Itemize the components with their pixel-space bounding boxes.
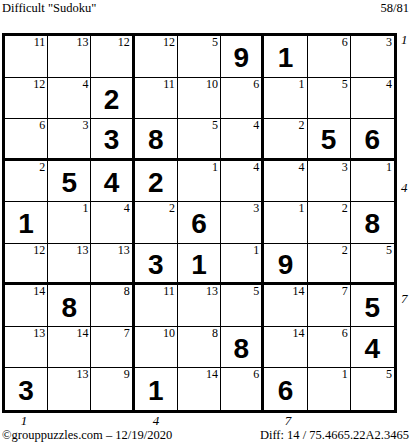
cell-order-mark: 13 xyxy=(118,243,130,257)
cell-r1c1[interactable]: 11 xyxy=(5,36,48,78)
cell-r6c7[interactable]: 9 xyxy=(264,244,307,286)
cell-order-mark: 1 xyxy=(342,367,348,381)
cell-r1c8[interactable]: 6 xyxy=(308,36,351,78)
cell-order-mark: 2 xyxy=(342,201,348,215)
cell-order-mark: 4 xyxy=(253,118,259,132)
cell-r5c6[interactable]: 3 xyxy=(221,202,264,244)
cell-r9c7[interactable]: 6 xyxy=(264,368,307,410)
cell-order-mark: 13 xyxy=(76,367,88,381)
cell-r8c1[interactable]: 13 xyxy=(5,327,48,369)
cell-order-mark: 3 xyxy=(386,35,392,49)
cell-order-mark: 3 xyxy=(82,118,88,132)
cell-r4c2[interactable]: 5 xyxy=(48,161,91,203)
cell-r2c9[interactable]: 4 xyxy=(351,78,394,120)
cell-order-mark: 6 xyxy=(342,326,348,340)
page-footer: ©grouppuzzles.com – 12/19/2020 Diff: 14 … xyxy=(2,428,409,442)
cell-order-mark: 2 xyxy=(39,160,45,174)
row-marker-7: 7 xyxy=(401,292,412,306)
cell-r4c3[interactable]: 4 xyxy=(91,161,134,203)
cell-r3c9[interactable]: 6 xyxy=(351,119,394,161)
cell-order-mark: 1 xyxy=(386,160,392,174)
cell-r3c1[interactable]: 6 xyxy=(5,119,48,161)
cell-digit: 8 xyxy=(135,119,177,158)
cell-r6c2[interactable]: 13 xyxy=(48,244,91,286)
cell-order-mark: 13 xyxy=(76,243,88,257)
col-marker-1: 1 xyxy=(18,414,30,428)
cell-r7c5[interactable]: 13 xyxy=(178,285,221,327)
cell-order-mark: 2 xyxy=(169,201,175,215)
copyright-text: ©grouppuzzles.com – 12/19/2020 xyxy=(2,428,172,442)
cell-r6c5[interactable]: 1 xyxy=(178,244,221,286)
cell-order-mark: 11 xyxy=(34,35,46,49)
cell-r1c5[interactable]: 5 xyxy=(178,36,221,78)
cell-order-mark: 14 xyxy=(293,326,305,340)
cell-r4c5[interactable]: 1 xyxy=(178,161,221,203)
sudoku-page: Difficult "Sudoku" 58/81 111312125916312… xyxy=(0,0,412,445)
cell-r5c8[interactable]: 2 xyxy=(308,202,351,244)
cell-r7c8[interactable]: 7 xyxy=(308,285,351,327)
cell-order-mark: 12 xyxy=(33,243,45,257)
cell-r7c4[interactable]: 11 xyxy=(135,285,178,327)
cell-r7c1[interactable]: 14 xyxy=(5,285,48,327)
cell-r5c1[interactable]: 1 xyxy=(5,202,48,244)
cell-order-mark: 14 xyxy=(33,284,45,298)
cell-r9c5[interactable]: 14 xyxy=(178,368,221,410)
cell-r4c9[interactable]: 1 xyxy=(351,161,394,203)
cell-r6c1[interactable]: 12 xyxy=(5,244,48,286)
cell-digit: 2 xyxy=(91,78,131,119)
cell-r5c2[interactable]: 1 xyxy=(48,202,91,244)
cell-order-mark: 5 xyxy=(386,243,392,257)
cell-order-mark: 14 xyxy=(293,284,305,298)
cell-r7c3[interactable]: 8 xyxy=(91,285,134,327)
cell-digit: 8 xyxy=(351,202,394,243)
cell-r6c8[interactable]: 2 xyxy=(308,244,351,286)
cell-order-mark: 6 xyxy=(253,77,259,91)
cell-r2c6[interactable]: 6 xyxy=(221,78,264,120)
cell-order-mark: 2 xyxy=(342,243,348,257)
col-marker-7: 7 xyxy=(282,414,294,428)
cell-digit: 4 xyxy=(91,161,131,202)
cell-r7c6[interactable]: 5 xyxy=(221,285,264,327)
cell-r1c2[interactable]: 13 xyxy=(48,36,91,78)
cell-order-mark: 11 xyxy=(163,77,175,91)
cell-r1c6[interactable]: 9 xyxy=(221,36,264,78)
cell-order-mark: 7 xyxy=(342,284,348,298)
row-marker-4: 4 xyxy=(401,181,412,195)
cell-digit: 1 xyxy=(135,368,177,410)
cell-order-mark: 8 xyxy=(212,326,218,340)
cell-r7c9[interactable]: 5 xyxy=(351,285,394,327)
cell-order-mark: 5 xyxy=(342,77,348,91)
cell-order-mark: 6 xyxy=(342,35,348,49)
cell-r2c5[interactable]: 10 xyxy=(178,78,221,120)
cell-digit: 2 xyxy=(135,161,177,202)
cell-order-mark: 3 xyxy=(342,160,348,174)
cell-order-mark: 12 xyxy=(163,35,175,49)
cell-order-mark: 1 xyxy=(299,77,305,91)
cell-r5c7[interactable]: 1 xyxy=(264,202,307,244)
cell-r2c7[interactable]: 1 xyxy=(264,78,307,120)
cell-r9c8[interactable]: 1 xyxy=(308,368,351,410)
cell-r8c7[interactable]: 14 xyxy=(264,327,307,369)
cell-r6c4[interactable]: 3 xyxy=(135,244,178,286)
cell-r6c3[interactable]: 13 xyxy=(91,244,134,286)
cell-order-mark: 4 xyxy=(124,201,130,215)
cell-digit: 1 xyxy=(264,36,306,77)
cell-order-mark: 4 xyxy=(386,77,392,91)
cell-r6c9[interactable]: 5 xyxy=(351,244,394,286)
cell-digit: 4 xyxy=(351,327,394,368)
cell-digit: 9 xyxy=(264,244,306,283)
cell-order-mark: 1 xyxy=(253,243,259,257)
cell-order-mark: 8 xyxy=(124,284,130,298)
cell-order-mark: 4 xyxy=(299,160,305,174)
cell-r2c4[interactable]: 11 xyxy=(135,78,178,120)
cell-r3c7[interactable]: 2 xyxy=(264,119,307,161)
cell-r4c7[interactable]: 4 xyxy=(264,161,307,203)
cell-r8c4[interactable]: 10 xyxy=(135,327,178,369)
cell-order-mark: 10 xyxy=(163,326,175,340)
cell-digit: 1 xyxy=(178,244,220,283)
cell-r5c5[interactable]: 6 xyxy=(178,202,221,244)
puzzle-title: Difficult "Sudoku" xyxy=(2,1,96,15)
cell-r8c8[interactable]: 6 xyxy=(308,327,351,369)
cell-order-mark: 4 xyxy=(253,160,259,174)
cell-digit: 5 xyxy=(308,119,350,158)
cell-order-mark: 13 xyxy=(206,284,218,298)
cell-r2c2[interactable]: 4 xyxy=(48,78,91,120)
cell-r9c6[interactable]: 6 xyxy=(221,368,264,410)
cell-order-mark: 13 xyxy=(33,326,45,340)
cell-r1c4[interactable]: 12 xyxy=(135,36,178,78)
cell-order-mark: 14 xyxy=(206,367,218,381)
cell-r8c9[interactable]: 4 xyxy=(351,327,394,369)
cell-order-mark: 6 xyxy=(39,118,45,132)
cell-r3c3[interactable]: 3 xyxy=(91,119,134,161)
cell-order-mark: 5 xyxy=(212,35,218,49)
cell-order-mark: 13 xyxy=(76,35,88,49)
cell-digit: 6 xyxy=(264,368,306,410)
cell-digit: 8 xyxy=(221,327,261,368)
cell-order-mark: 1 xyxy=(212,160,218,174)
progress-counter: 58/81 xyxy=(381,1,409,15)
cell-digit: 5 xyxy=(48,161,90,202)
difficulty-text: Diff: 14 / 75.4665.22A2.3465 xyxy=(260,428,409,442)
cell-digit: 3 xyxy=(135,244,177,283)
cell-r7c7[interactable]: 14 xyxy=(264,285,307,327)
cell-order-mark: 1 xyxy=(82,201,88,215)
cell-order-mark: 3 xyxy=(253,201,259,215)
cell-r9c2[interactable]: 13 xyxy=(48,368,91,410)
cell-order-mark: 5 xyxy=(253,284,259,298)
cell-r3c4[interactable]: 8 xyxy=(135,119,178,161)
cell-order-mark: 5 xyxy=(212,118,218,132)
cell-order-mark: 12 xyxy=(33,77,45,91)
cell-r4c8[interactable]: 3 xyxy=(308,161,351,203)
cell-r1c9[interactable]: 3 xyxy=(351,36,394,78)
cell-r4c1[interactable]: 2 xyxy=(5,161,48,203)
cell-r3c8[interactable]: 5 xyxy=(308,119,351,161)
cell-r2c8[interactable]: 5 xyxy=(308,78,351,120)
page-header: Difficult "Sudoku" 58/81 xyxy=(2,1,409,15)
row-marker-1: 1 xyxy=(401,33,412,47)
cell-digit: 6 xyxy=(178,202,220,243)
cell-r8c6[interactable]: 8 xyxy=(221,327,264,369)
cell-r9c1[interactable]: 3 xyxy=(5,368,48,410)
cell-r2c3[interactable]: 2 xyxy=(91,78,134,120)
cell-digit: 3 xyxy=(5,368,47,410)
cell-order-mark: 4 xyxy=(82,77,88,91)
cell-r3c6[interactable]: 4 xyxy=(221,119,264,161)
sudoku-board: 1113121259163124211106154633854256254214… xyxy=(2,33,397,413)
cell-order-mark: 6 xyxy=(253,367,259,381)
cell-r7c2[interactable]: 8 xyxy=(48,285,91,327)
cell-digit: 8 xyxy=(48,285,90,326)
cell-order-mark: 2 xyxy=(299,118,305,132)
cell-r8c3[interactable]: 7 xyxy=(91,327,134,369)
cell-digit: 6 xyxy=(351,119,394,158)
cell-digit: 5 xyxy=(351,285,394,326)
cell-r2c1[interactable]: 12 xyxy=(5,78,48,120)
cell-order-mark: 14 xyxy=(76,326,88,340)
cell-order-mark: 10 xyxy=(206,77,218,91)
cell-r5c4[interactable]: 2 xyxy=(135,202,178,244)
cell-r8c5[interactable]: 8 xyxy=(178,327,221,369)
cell-r5c3[interactable]: 4 xyxy=(91,202,134,244)
cell-order-mark: 7 xyxy=(124,326,130,340)
cell-digit: 3 xyxy=(91,119,131,158)
cell-r9c9[interactable]: 5 xyxy=(351,368,394,410)
cell-digit: 9 xyxy=(221,36,261,77)
cell-r3c2[interactable]: 3 xyxy=(48,119,91,161)
cell-r1c3[interactable]: 12 xyxy=(91,36,134,78)
cell-r3c5[interactable]: 5 xyxy=(178,119,221,161)
cell-order-mark: 11 xyxy=(163,284,175,298)
cell-order-mark: 12 xyxy=(118,35,130,49)
cell-r8c2[interactable]: 14 xyxy=(48,327,91,369)
cell-digit: 1 xyxy=(5,202,47,243)
cell-order-mark: 5 xyxy=(386,367,392,381)
cell-r6c6[interactable]: 1 xyxy=(221,244,264,286)
cell-r9c4[interactable]: 1 xyxy=(135,368,178,410)
cell-order-mark: 1 xyxy=(299,201,305,215)
cell-order-mark: 9 xyxy=(124,367,130,381)
cell-r5c9[interactable]: 8 xyxy=(351,202,394,244)
cell-r9c3[interactable]: 9 xyxy=(91,368,134,410)
cell-r4c4[interactable]: 2 xyxy=(135,161,178,203)
cell-r1c7[interactable]: 1 xyxy=(264,36,307,78)
col-marker-4: 4 xyxy=(150,414,162,428)
cell-r4c6[interactable]: 4 xyxy=(221,161,264,203)
